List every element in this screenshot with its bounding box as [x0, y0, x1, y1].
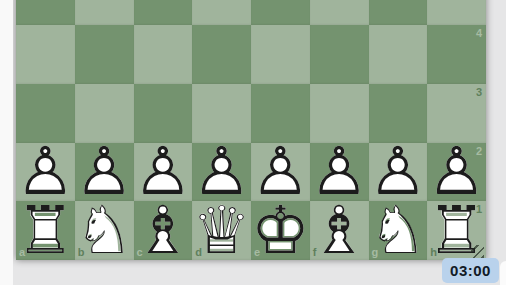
rank-label-3: 3: [476, 87, 482, 98]
piece-outline-glyph: ♗: [134, 201, 193, 260]
square-f5[interactable]: [310, 0, 369, 25]
square-c4[interactable]: [134, 25, 193, 84]
square-e1[interactable]: e♚♔: [251, 201, 310, 260]
piece-outline-glyph: ♔: [251, 201, 310, 260]
piece-outline-glyph: ♘: [369, 201, 428, 260]
chess-board[interactable]: 876543♟♙♟♙♟♙♟♙♟♙♟♙♟♙2♟♙a♜♖b♞♘c♝♗d♛♕e♚♔f♝…: [16, 0, 486, 260]
left-panel-edge: [0, 0, 13, 285]
square-b1[interactable]: b♞♘: [75, 201, 134, 260]
piece-outline-glyph: ♗: [310, 201, 369, 260]
piece-outline-glyph: ♖: [16, 201, 75, 260]
square-e5[interactable]: [251, 0, 310, 25]
piece-outline-glyph: ♘: [75, 201, 134, 260]
square-h4[interactable]: 4: [427, 25, 486, 84]
clock-time: 03:00: [450, 262, 491, 279]
piece-outline-glyph: ♕: [192, 201, 251, 260]
player-clock: 03:00: [442, 258, 499, 283]
square-a5[interactable]: [16, 0, 75, 25]
board-resize-handle[interactable]: [471, 245, 484, 258]
piece-white-king-e1[interactable]: ♚♔: [251, 201, 310, 260]
square-f1[interactable]: f♝♗: [310, 201, 369, 260]
square-g4[interactable]: [369, 25, 428, 84]
square-d4[interactable]: [192, 25, 251, 84]
square-g5[interactable]: [369, 0, 428, 25]
square-e4[interactable]: [251, 25, 310, 84]
rank-label-4: 4: [476, 28, 482, 39]
piece-white-knight-b1[interactable]: ♞♘: [75, 201, 134, 260]
right-panel-corner: [500, 261, 506, 285]
square-a4[interactable]: [16, 25, 75, 84]
square-b5[interactable]: [75, 0, 134, 25]
square-b4[interactable]: [75, 25, 134, 84]
chess-app-page: 876543♟♙♟♙♟♙♟♙♟♙♟♙♟♙2♟♙a♜♖b♞♘c♝♗d♛♕e♚♔f♝…: [0, 0, 506, 285]
square-c5[interactable]: [134, 0, 193, 25]
square-a1[interactable]: a♜♖: [16, 201, 75, 260]
square-f4[interactable]: [310, 25, 369, 84]
square-g1[interactable]: g♞♘: [369, 201, 428, 260]
square-d5[interactable]: [192, 0, 251, 25]
square-d1[interactable]: d♛♕: [192, 201, 251, 260]
square-h5[interactable]: 5: [427, 0, 486, 25]
piece-white-bishop-c1[interactable]: ♝♗: [134, 201, 193, 260]
piece-white-rook-a1[interactable]: ♜♖: [16, 201, 75, 260]
piece-white-bishop-f1[interactable]: ♝♗: [310, 201, 369, 260]
piece-white-knight-g1[interactable]: ♞♘: [369, 201, 428, 260]
square-c1[interactable]: c♝♗: [134, 201, 193, 260]
piece-white-queen-d1[interactable]: ♛♕: [192, 201, 251, 260]
